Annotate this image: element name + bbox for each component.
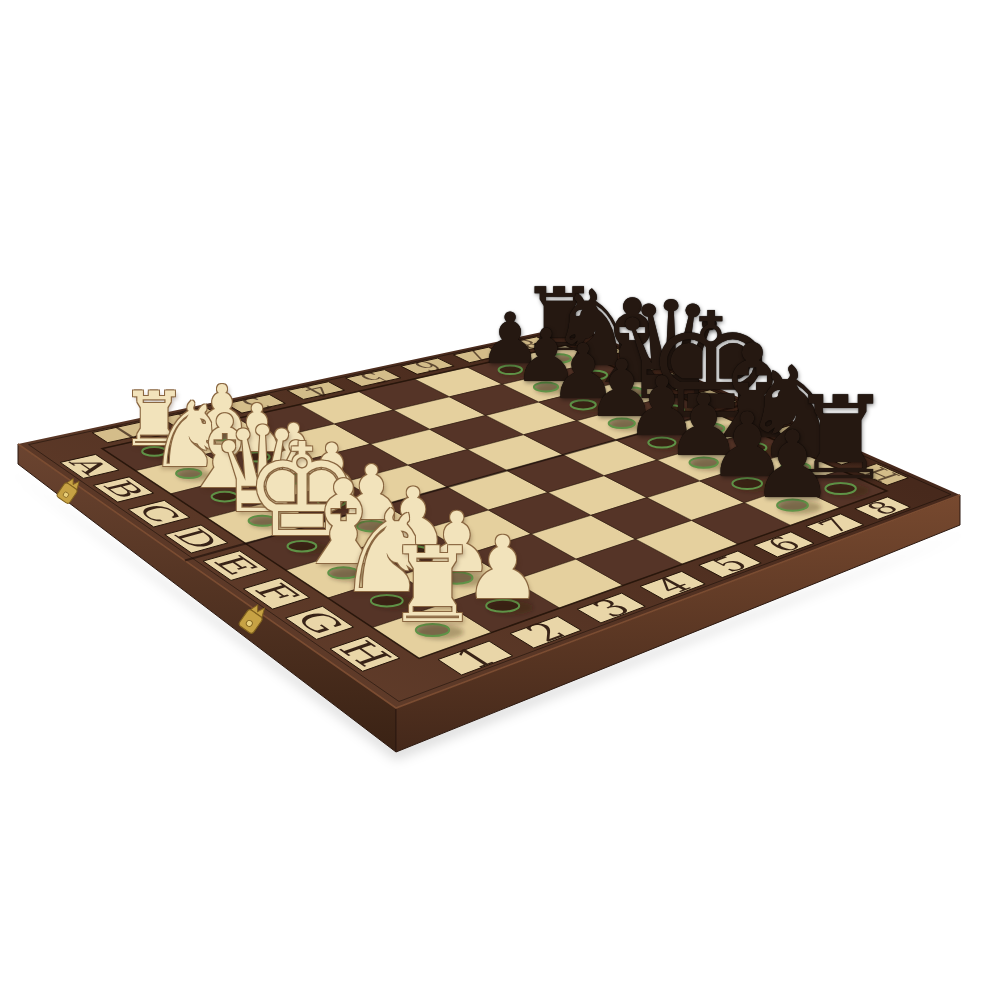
felt-ring	[571, 400, 596, 409]
felt-ring	[210, 431, 234, 440]
felt-ring	[825, 483, 855, 494]
felt-ring	[781, 462, 810, 473]
felt-ring	[371, 595, 403, 607]
felt-ring	[697, 424, 724, 434]
felt-ring	[280, 474, 306, 484]
felt-ring	[690, 457, 718, 467]
felt-ring	[583, 371, 607, 380]
felt-ring	[441, 572, 472, 584]
felt-ring	[416, 624, 449, 636]
felt-ring	[499, 366, 522, 375]
board-svg: A B C D E F G H 1 2 3 4 5 6 7 8 A B C D …	[0, 0, 1000, 1000]
felt-ring	[245, 452, 270, 461]
chess-board: A B C D E F G H 1 2 3 4 5 6 7 8 A B C D …	[0, 0, 1000, 1000]
felt-ring	[777, 500, 808, 511]
felt-ring	[357, 521, 386, 531]
felt-ring	[534, 383, 558, 392]
felt-ring	[620, 388, 645, 397]
felt-ring	[318, 497, 345, 507]
felt-ring	[142, 447, 166, 456]
felt-ring	[486, 600, 519, 612]
felt-ring	[398, 546, 428, 557]
felt-ring	[548, 354, 571, 363]
felt-ring	[732, 478, 762, 489]
felt-ring	[212, 492, 238, 502]
felt-ring	[609, 419, 635, 429]
felt-ring	[249, 516, 277, 526]
felt-ring	[176, 469, 201, 478]
felt-ring	[328, 567, 358, 578]
felt-ring	[658, 405, 684, 415]
felt-ring	[288, 541, 317, 552]
felt-ring	[738, 443, 766, 453]
product-photo: A B C D E F G H 1 2 3 4 5 6 7 8 A B C D …	[0, 0, 1000, 1000]
felt-ring	[648, 438, 675, 448]
